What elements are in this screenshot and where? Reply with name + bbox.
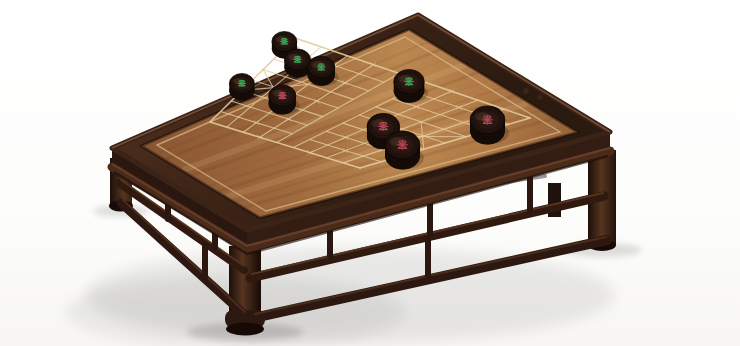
scene bbox=[0, 0, 740, 346]
screenshot-xiangqi-table bbox=[0, 0, 740, 346]
xiangqi-piece-green-3[interactable] bbox=[229, 74, 258, 101]
